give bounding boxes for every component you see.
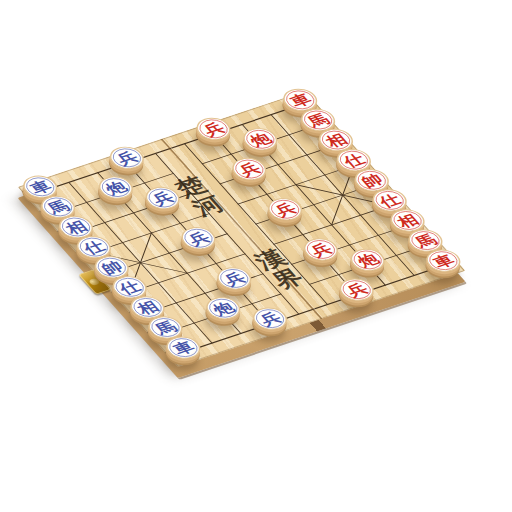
piece-character: 仕: [116, 279, 143, 296]
piece-character: 車: [27, 179, 54, 196]
piece-character: 兵: [200, 121, 227, 138]
piece-character: 仕: [341, 152, 368, 169]
piece-character: 馬: [152, 319, 179, 336]
piece-character: 兵: [257, 310, 284, 327]
piece-character: 兵: [149, 190, 176, 207]
piece-character: 炮: [354, 252, 381, 269]
piece-character: 仕: [376, 192, 403, 209]
piece-character: 馬: [412, 232, 439, 249]
piece-character: 兵: [236, 161, 263, 178]
product-photo: 楚河漢界 車馬相仕帥仕相馬車炮炮兵兵兵兵兵兵兵兵兵兵炮炮車馬相仕帥仕相馬車: [0, 0, 512, 512]
piece-character: 兵: [221, 270, 248, 287]
xiangqi-board: 楚河漢界 車馬相仕帥仕相馬車炮炮兵兵兵兵兵兵兵兵兵兵炮炮車馬相仕帥仕相馬車: [18, 91, 466, 367]
piece-character: 帥: [358, 172, 385, 189]
piece-character: 炮: [247, 131, 274, 148]
piece-character: 相: [134, 299, 161, 316]
piece-character: 兵: [185, 230, 212, 247]
piece-character: 兵: [114, 150, 141, 167]
piece-character: 車: [170, 339, 197, 356]
piece-character: 車: [430, 252, 457, 269]
piece-character: 車: [287, 92, 314, 109]
piece-character: 兵: [343, 281, 370, 298]
piece-character: 帥: [98, 259, 125, 276]
piece-character: 相: [63, 219, 90, 236]
piece-character: 馬: [305, 112, 332, 129]
piece-character: 炮: [210, 300, 237, 317]
piece-character: 馬: [45, 199, 72, 216]
piece-character: 兵: [308, 241, 335, 258]
piece-character: 相: [394, 212, 421, 229]
piece-character: 仕: [81, 239, 108, 256]
piece-character: 相: [323, 132, 350, 149]
piece-character: 兵: [272, 201, 299, 218]
piece-character: 炮: [103, 179, 130, 196]
